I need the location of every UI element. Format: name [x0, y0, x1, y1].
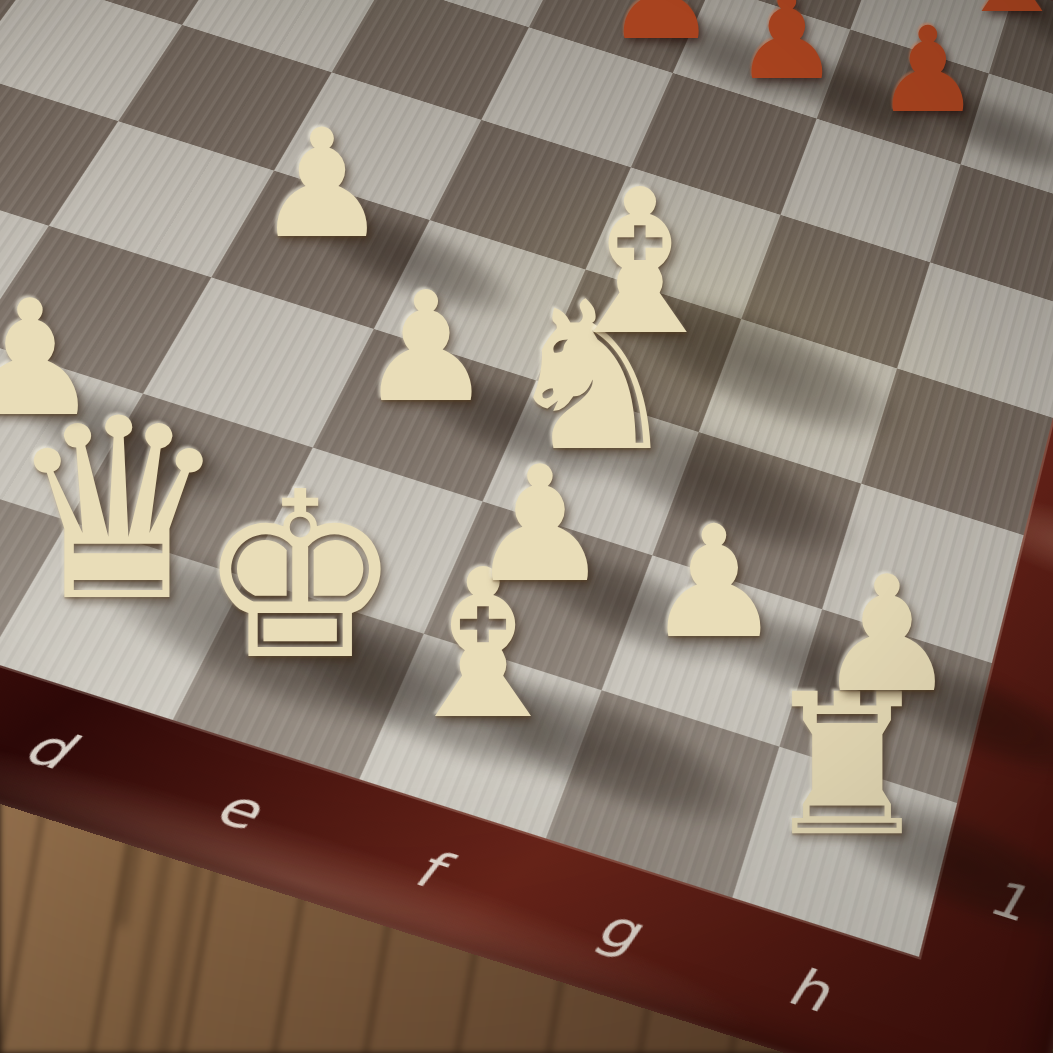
- chess-3d-scene: defgh1 ♛♚♝♜♟♟♟♟♟♞♟♝♟♟♟♝: [0, 0, 1053, 1053]
- coordinate-label-h: h: [781, 954, 835, 1026]
- coordinate-label-d: d: [14, 714, 82, 781]
- coordinate-label-g: g: [589, 894, 646, 964]
- coordinate-label-1: 1: [983, 867, 1031, 934]
- piece-white-pawn-g2[interactable]: ♟: [625, 505, 803, 660]
- piece-white-pawn-h2[interactable]: ♟: [795, 555, 979, 715]
- piece-black-bishop-f8[interactable]: ♝: [937, 0, 1053, 31]
- coordinate-label-e: e: [206, 774, 269, 842]
- piece-white-pawn-c2[interactable]: ♟: [0, 279, 122, 439]
- piece-white-pawn-d4[interactable]: ♟: [236, 109, 409, 259]
- coordinate-label-f: f: [406, 837, 450, 901]
- piece-black-pawn-f7[interactable]: ♟: [719, 0, 855, 96]
- piece-black-pawn-e7[interactable]: ♟: [589, 0, 733, 57]
- piece-white-bishop-f4[interactable]: ♝: [525, 163, 755, 363]
